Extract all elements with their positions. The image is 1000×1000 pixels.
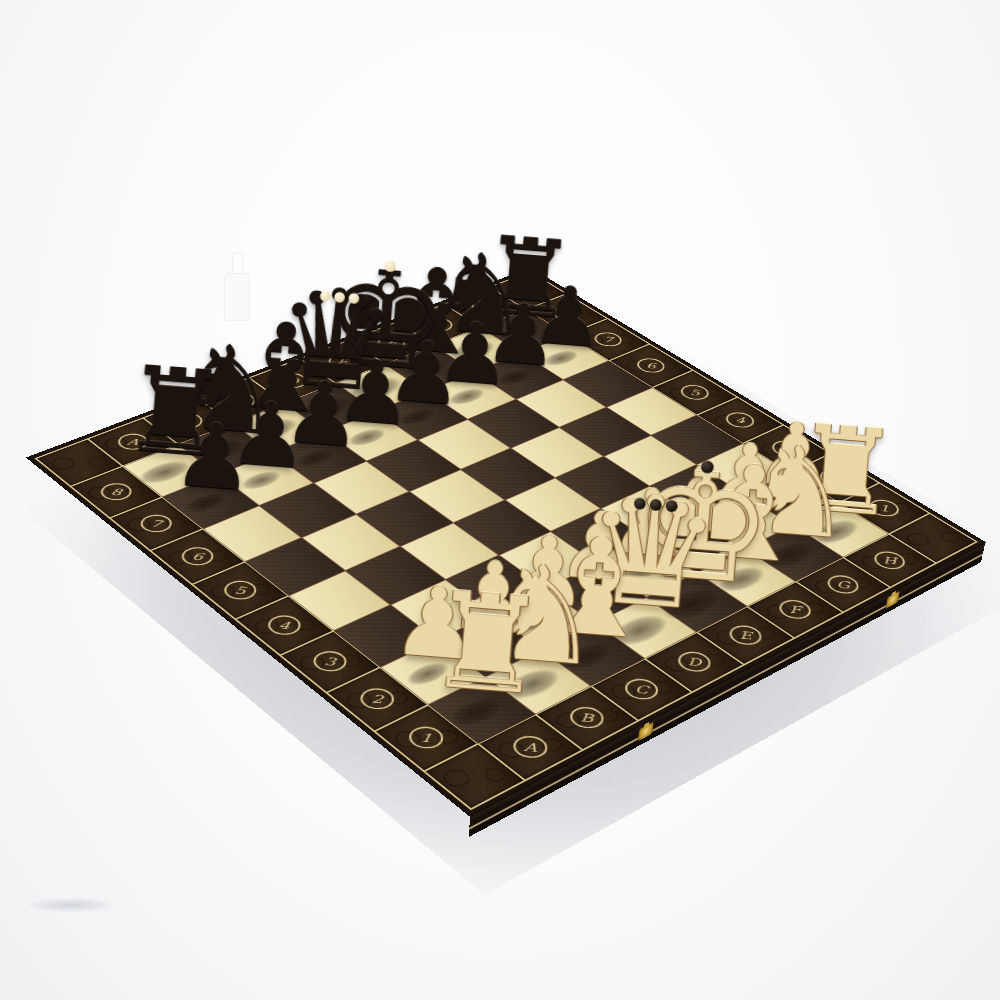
piece-glyph-rook: ♜ (393, 571, 582, 717)
brass-latch-icon (885, 591, 899, 609)
photo-background: { "game": "chess", "scene": "Carved wood… (0, 0, 1000, 1000)
board-scene: AABBCCDDEEFFGGHH8877665544332211 ♜♞♝♛♚♝♞… (27, 268, 985, 816)
piece-glyph-pawn: ♟ (130, 406, 299, 508)
brass-latch-icon (638, 722, 654, 742)
crown-bead (348, 293, 359, 304)
crown-bead (665, 500, 678, 513)
bottle-neck (232, 252, 243, 273)
crown-bead (633, 498, 646, 511)
photo-watermark-smudge (28, 898, 114, 912)
border-tile-left-rank-6-label: 6 (179, 546, 215, 567)
crown-bead (649, 499, 662, 512)
